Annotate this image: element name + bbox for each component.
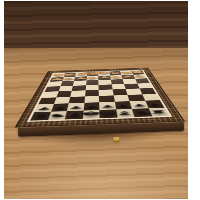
- board-square: [127, 94, 144, 101]
- board-square: [69, 96, 85, 103]
- brass-clasp-icon: [113, 137, 119, 141]
- board-square: [129, 101, 148, 109]
- board-square: [67, 103, 84, 111]
- board-square: [99, 109, 117, 118]
- piece-glyph: ♜: [48, 73, 69, 77]
- board-square: [132, 108, 152, 117]
- board-square: [56, 91, 72, 97]
- board-square: [38, 97, 56, 104]
- board-square: [84, 96, 99, 103]
- board-square: [83, 102, 99, 110]
- board-square: [139, 88, 156, 94]
- board-square: [142, 94, 160, 101]
- board-square: [82, 110, 99, 119]
- board-square: [113, 95, 129, 102]
- board-square: [112, 89, 127, 95]
- board-square: [99, 89, 113, 95]
- chess-set-photo: ♜♞♝♛♚♝♞♜♟♟♟♟♟♟♟♟♟♟♟♟♟♟♟♟♜♞♝♛♚♝♞♜: [4, 1, 188, 199]
- board-square: [99, 102, 115, 110]
- board-square: [30, 111, 51, 120]
- board-square: [145, 100, 165, 108]
- board-square: [148, 107, 169, 116]
- chess-board: ♜♞♝♛♚♝♞♜♟♟♟♟♟♟♟♟♟♟♟♟♟♟♟♟♜♞♝♛♚♝♞♜: [15, 68, 186, 128]
- board-square: [85, 90, 99, 96]
- board-square: [65, 110, 83, 119]
- board-square: [53, 97, 70, 104]
- product-photo-canvas: ♜♞♝♛♚♝♞♜♟♟♟♟♟♟♟♟♟♟♟♟♟♟♟♟♜♞♝♛♚♝♞♜: [0, 0, 200, 200]
- board-square: [47, 111, 66, 120]
- board-square: [70, 90, 85, 96]
- board-square: [114, 101, 132, 109]
- board-square: [42, 91, 58, 97]
- board-square: [99, 95, 114, 102]
- board-square: [51, 103, 69, 111]
- board-square: [116, 109, 135, 118]
- board-square: [126, 88, 142, 94]
- board-square: [34, 104, 53, 112]
- board-perspective-group: ♜♞♝♛♚♝♞♜♟♟♟♟♟♟♟♟♟♟♟♟♟♟♟♟♜♞♝♛♚♝♞♜: [4, 1, 188, 199]
